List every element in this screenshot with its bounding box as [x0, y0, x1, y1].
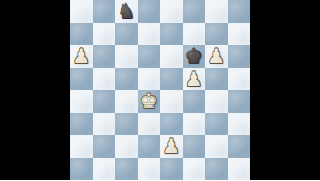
square-h3[interactable] — [228, 113, 251, 136]
square-e6[interactable] — [160, 45, 183, 68]
square-h6[interactable] — [228, 45, 251, 68]
square-g5[interactable] — [205, 68, 228, 91]
square-b3[interactable] — [93, 113, 116, 136]
square-c1[interactable] — [115, 158, 138, 181]
square-g3[interactable] — [205, 113, 228, 136]
square-b8[interactable] — [93, 0, 116, 23]
square-d1[interactable] — [138, 158, 161, 181]
square-a1[interactable] — [70, 158, 93, 181]
square-c4[interactable] — [115, 90, 138, 113]
piece-black-knight[interactable]: ♞ — [117, 0, 135, 23]
square-b1[interactable] — [93, 158, 116, 181]
chess-board: ♞♟♚♟♟♚♟ — [70, 0, 250, 180]
square-d3[interactable] — [138, 113, 161, 136]
square-a8[interactable] — [70, 0, 93, 23]
square-c3[interactable] — [115, 113, 138, 136]
square-e5[interactable] — [160, 68, 183, 91]
piece-white-pawn[interactable]: ♟ — [185, 68, 203, 91]
square-a6[interactable]: ♟ — [70, 45, 93, 68]
square-g8[interactable] — [205, 0, 228, 23]
square-c6[interactable] — [115, 45, 138, 68]
square-h8[interactable] — [228, 0, 251, 23]
square-g4[interactable] — [205, 90, 228, 113]
square-f5[interactable]: ♟ — [183, 68, 206, 91]
piece-white-pawn[interactable]: ♟ — [72, 45, 90, 68]
square-d2[interactable] — [138, 135, 161, 158]
square-e8[interactable] — [160, 0, 183, 23]
square-g1[interactable] — [205, 158, 228, 181]
square-g6[interactable]: ♟ — [205, 45, 228, 68]
piece-white-pawn[interactable]: ♟ — [207, 45, 225, 68]
square-c7[interactable] — [115, 23, 138, 46]
piece-black-king[interactable]: ♚ — [185, 45, 203, 68]
square-f8[interactable] — [183, 0, 206, 23]
square-h4[interactable] — [228, 90, 251, 113]
square-c8[interactable]: ♞ — [115, 0, 138, 23]
square-e1[interactable] — [160, 158, 183, 181]
square-f4[interactable] — [183, 90, 206, 113]
square-b4[interactable] — [93, 90, 116, 113]
square-h5[interactable] — [228, 68, 251, 91]
piece-white-pawn[interactable]: ♟ — [162, 135, 180, 158]
square-d5[interactable] — [138, 68, 161, 91]
square-f3[interactable] — [183, 113, 206, 136]
square-a3[interactable] — [70, 113, 93, 136]
square-e4[interactable] — [160, 90, 183, 113]
square-e2[interactable]: ♟ — [160, 135, 183, 158]
square-d8[interactable] — [138, 0, 161, 23]
square-h7[interactable] — [228, 23, 251, 46]
square-e7[interactable] — [160, 23, 183, 46]
square-h1[interactable] — [228, 158, 251, 181]
square-e3[interactable] — [160, 113, 183, 136]
square-a7[interactable] — [70, 23, 93, 46]
square-c2[interactable] — [115, 135, 138, 158]
square-b7[interactable] — [93, 23, 116, 46]
square-b5[interactable] — [93, 68, 116, 91]
page-background: ♞♟♚♟♟♚♟ — [0, 0, 320, 180]
square-d4[interactable]: ♚ — [138, 90, 161, 113]
square-b6[interactable] — [93, 45, 116, 68]
square-h2[interactable] — [228, 135, 251, 158]
square-a5[interactable] — [70, 68, 93, 91]
square-a4[interactable] — [70, 90, 93, 113]
square-d7[interactable] — [138, 23, 161, 46]
square-d6[interactable] — [138, 45, 161, 68]
square-g2[interactable] — [205, 135, 228, 158]
square-a2[interactable] — [70, 135, 93, 158]
square-f7[interactable] — [183, 23, 206, 46]
piece-white-king[interactable]: ♚ — [140, 90, 158, 113]
square-c5[interactable] — [115, 68, 138, 91]
square-b2[interactable] — [93, 135, 116, 158]
square-f1[interactable] — [183, 158, 206, 181]
square-g7[interactable] — [205, 23, 228, 46]
square-f2[interactable] — [183, 135, 206, 158]
square-f6[interactable]: ♚ — [183, 45, 206, 68]
